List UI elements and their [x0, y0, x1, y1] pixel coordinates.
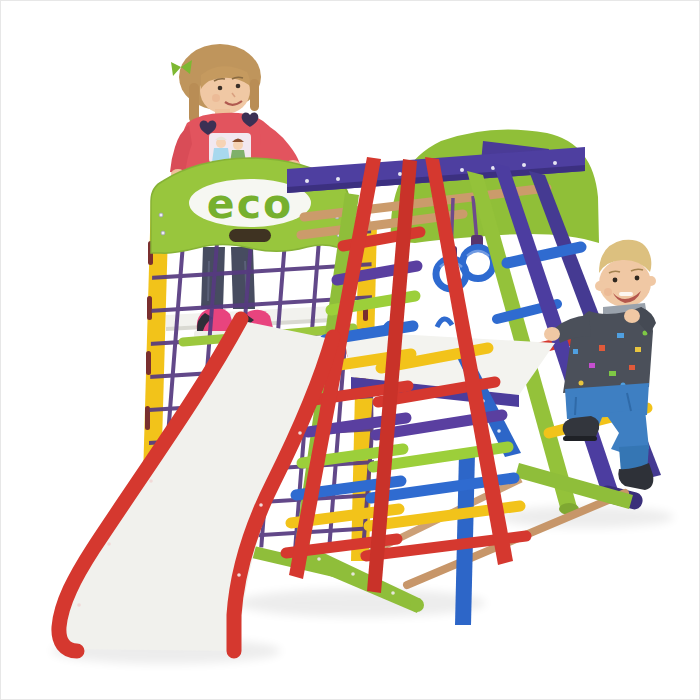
- table-hook: [437, 319, 452, 327]
- eco-logo-text: eco: [207, 180, 293, 228]
- boy-hand: [544, 327, 560, 341]
- boy-hand: [624, 309, 640, 323]
- play-complex-illustration: eco: [1, 1, 700, 700]
- handle-cutout: [229, 229, 271, 242]
- product-image: eco: [0, 0, 700, 700]
